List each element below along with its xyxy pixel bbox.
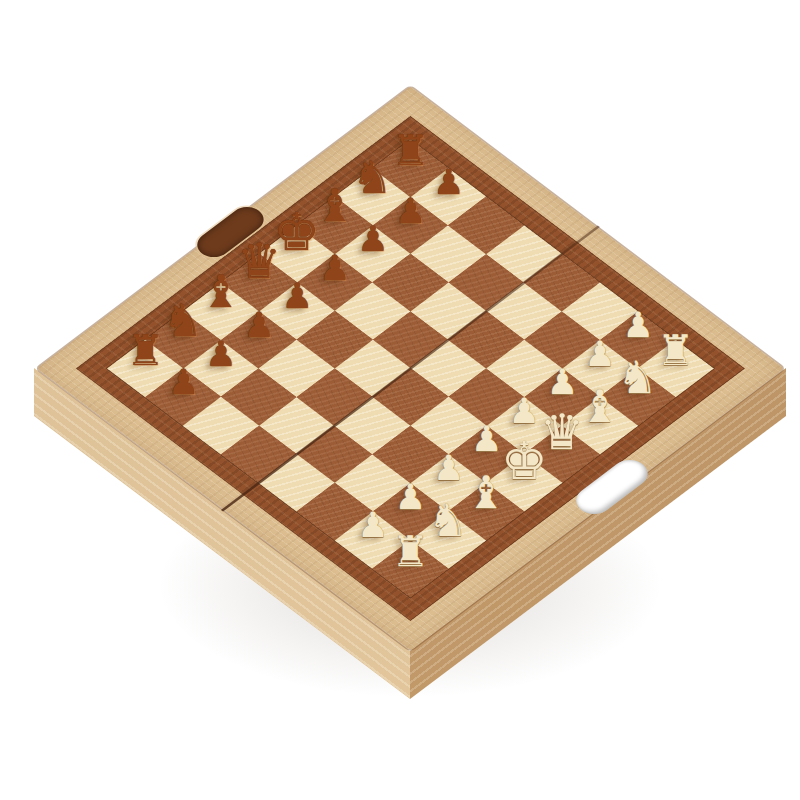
product-photo-scene: ♜♟♟♜♞♟♟♞♝♟♟♝♚♟♟♛♛♟♟♚♝♟♟♝♞♟♟♞♜♟♟♜ (0, 0, 800, 800)
piece-light-rook-h1[interactable]: ♜ (383, 524, 437, 578)
square-h1[interactable]: ♜ (372, 540, 448, 597)
piece-dark-pawn-h7[interactable]: ♟ (156, 356, 210, 410)
